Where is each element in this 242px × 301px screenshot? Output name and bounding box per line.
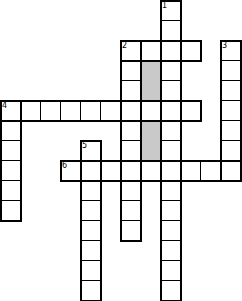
crossword-board: 123456	[0, 0, 242, 301]
grid-cell-c6-r11[interactable]	[120, 220, 141, 241]
grid-cell-c8-r7[interactable]	[160, 140, 181, 161]
grid-cell-c4-r7[interactable]	[80, 140, 101, 161]
grid-cell-c7-r8[interactable]	[140, 160, 161, 181]
grid-cell-c11-r7[interactable]	[220, 140, 241, 161]
grid-cell-c9-r8[interactable]	[180, 160, 201, 181]
grid-cell-c8-r9[interactable]	[160, 180, 181, 201]
grid-cell-c6-r10[interactable]	[120, 200, 141, 221]
shaded-cell-block-2	[140, 120, 161, 161]
shaded-cell-block-1	[140, 60, 161, 101]
grid-cell-c8-r5[interactable]	[160, 100, 181, 121]
grid-cell-c10-r8[interactable]	[200, 160, 221, 181]
grid-cell-c4-r12[interactable]	[80, 240, 101, 261]
grid-cell-c11-r2[interactable]	[220, 40, 241, 61]
grid-cell-c4-r9[interactable]	[80, 180, 101, 201]
grid-cell-c6-r7[interactable]	[120, 140, 141, 161]
grid-cell-c6-r3[interactable]	[120, 60, 141, 81]
grid-cell-c0-r10[interactable]	[0, 200, 21, 221]
grid-cell-c6-r9[interactable]	[120, 180, 141, 201]
grid-cell-c8-r3[interactable]	[160, 60, 181, 81]
grid-cell-c4-r11[interactable]	[80, 220, 101, 241]
grid-cell-c0-r6[interactable]	[0, 120, 21, 141]
grid-cell-c11-r8[interactable]	[220, 160, 241, 181]
grid-cell-c8-r8[interactable]	[160, 160, 181, 181]
grid-cell-c8-r2[interactable]	[160, 40, 181, 61]
grid-cell-c8-r10[interactable]	[160, 200, 181, 221]
grid-cell-c2-r5[interactable]	[40, 100, 61, 121]
grid-cell-c11-r4[interactable]	[220, 80, 241, 101]
grid-cell-c8-r0[interactable]	[160, 0, 181, 21]
grid-cell-c7-r2[interactable]	[140, 40, 161, 61]
grid-cell-c6-r6[interactable]	[120, 120, 141, 141]
grid-cell-c8-r6[interactable]	[160, 120, 181, 141]
grid-cell-c1-r5[interactable]	[20, 100, 41, 121]
grid-cell-c7-r5[interactable]	[140, 100, 161, 121]
grid-cell-c6-r4[interactable]	[120, 80, 141, 101]
grid-cell-c8-r4[interactable]	[160, 80, 181, 101]
grid-cell-c0-r9[interactable]	[0, 180, 21, 201]
grid-cell-c8-r1[interactable]	[160, 20, 181, 41]
grid-cell-c8-r14[interactable]	[160, 280, 181, 301]
grid-cell-c4-r10[interactable]	[80, 200, 101, 221]
grid-cell-c6-r2[interactable]	[120, 40, 141, 61]
grid-cell-c4-r13[interactable]	[80, 260, 101, 281]
grid-cell-c0-r7[interactable]	[0, 140, 21, 161]
grid-cell-c8-r13[interactable]	[160, 260, 181, 281]
grid-cell-c6-r8[interactable]	[120, 160, 141, 181]
grid-cell-c11-r3[interactable]	[220, 60, 241, 81]
grid-cell-c5-r8[interactable]	[100, 160, 121, 181]
grid-cell-c9-r5[interactable]	[180, 100, 201, 121]
grid-cell-c4-r5[interactable]	[80, 100, 101, 121]
grid-cell-c0-r8[interactable]	[0, 160, 21, 181]
grid-cell-c4-r8[interactable]	[80, 160, 101, 181]
grid-cell-c4-r14[interactable]	[80, 280, 101, 301]
grid-cell-c9-r2[interactable]	[180, 40, 201, 61]
grid-cell-c11-r5[interactable]	[220, 100, 241, 121]
grid-cell-c11-r6[interactable]	[220, 120, 241, 141]
grid-cell-c6-r5[interactable]	[120, 100, 141, 121]
grid-cell-c8-r12[interactable]	[160, 240, 181, 261]
grid-cell-c3-r5[interactable]	[60, 100, 81, 121]
grid-cell-c8-r11[interactable]	[160, 220, 181, 241]
grid-cell-c5-r5[interactable]	[100, 100, 121, 121]
grid-cell-c0-r5[interactable]	[0, 100, 21, 121]
grid-cell-c3-r8[interactable]	[60, 160, 81, 181]
